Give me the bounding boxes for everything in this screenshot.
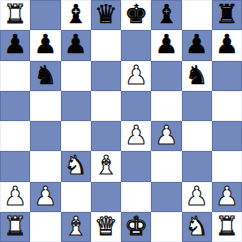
square-c1[interactable]: ♝ [61, 212, 91, 242]
piece-black-pawn[interactable]: ♟ [155, 30, 178, 59]
square-g6[interactable]: ♞ [182, 61, 212, 91]
square-h8[interactable]: ♜ [212, 0, 242, 30]
square-c7[interactable]: ♟ [61, 30, 91, 60]
square-e1[interactable]: ♚ [121, 212, 151, 242]
square-h5[interactable] [212, 91, 242, 121]
square-b8[interactable] [30, 0, 60, 30]
square-g7[interactable]: ♟ [182, 30, 212, 60]
square-f5[interactable] [151, 91, 181, 121]
square-c6[interactable] [61, 61, 91, 91]
square-h7[interactable]: ♟ [212, 30, 242, 60]
square-g4[interactable] [182, 121, 212, 151]
piece-black-pawn[interactable]: ♟ [215, 30, 238, 59]
piece-white-pawn[interactable]: ♟ [155, 121, 178, 150]
square-d7[interactable] [91, 30, 121, 60]
piece-black-pawn[interactable]: ♟ [64, 30, 87, 59]
square-b5[interactable] [30, 91, 60, 121]
piece-white-pawn[interactable]: ♟ [215, 182, 238, 211]
piece-black-queen[interactable]: ♛ [94, 0, 117, 29]
piece-white-pawn[interactable]: ♟ [3, 182, 26, 211]
square-c4[interactable] [61, 121, 91, 151]
square-g1[interactable]: ♞ [182, 212, 212, 242]
piece-black-king[interactable]: ♚ [124, 0, 147, 29]
square-b3[interactable] [30, 151, 60, 181]
square-f8[interactable]: ♝ [151, 0, 181, 30]
square-h6[interactable] [212, 61, 242, 91]
square-e7[interactable] [121, 30, 151, 60]
square-d4[interactable] [91, 121, 121, 151]
piece-white-king[interactable]: ♚ [124, 212, 147, 241]
piece-black-pawn[interactable]: ♟ [34, 30, 57, 59]
square-f4[interactable]: ♟ [151, 121, 181, 151]
piece-white-knight[interactable]: ♞ [185, 212, 208, 241]
square-d6[interactable] [91, 61, 121, 91]
square-c8[interactable]: ♝ [61, 0, 91, 30]
square-h4[interactable] [212, 121, 242, 151]
square-b1[interactable] [30, 212, 60, 242]
square-b4[interactable] [30, 121, 60, 151]
piece-white-rook[interactable]: ♜ [215, 212, 238, 241]
square-f3[interactable] [151, 151, 181, 181]
square-h1[interactable]: ♜ [212, 212, 242, 242]
square-d1[interactable]: ♛ [91, 212, 121, 242]
square-e6[interactable]: ♟ [121, 61, 151, 91]
square-e5[interactable] [121, 91, 151, 121]
square-b2[interactable]: ♟ [30, 182, 60, 212]
piece-white-pawn[interactable]: ♟ [124, 61, 147, 90]
square-g5[interactable] [182, 91, 212, 121]
square-b6[interactable]: ♞ [30, 61, 60, 91]
square-f1[interactable] [151, 212, 181, 242]
piece-black-rook[interactable]: ♜ [215, 0, 238, 29]
square-e8[interactable]: ♚ [121, 0, 151, 30]
square-a1[interactable]: ♜ [0, 212, 30, 242]
piece-black-bishop[interactable]: ♝ [64, 0, 87, 29]
square-a4[interactable] [0, 121, 30, 151]
square-e2[interactable] [121, 182, 151, 212]
square-a6[interactable] [0, 61, 30, 91]
piece-white-pawn[interactable]: ♟ [124, 121, 147, 150]
chess-board: ♜♝♛♚♝♜♟♟♟♟♟♟♞♟♞♟♟♞♝♟♟♟♟♜♝♛♚♞♜ [0, 0, 242, 242]
square-a3[interactable] [0, 151, 30, 181]
square-a7[interactable]: ♟ [0, 30, 30, 60]
piece-black-bishop[interactable]: ♝ [155, 0, 178, 29]
square-h2[interactable]: ♟ [212, 182, 242, 212]
square-a5[interactable] [0, 91, 30, 121]
square-g8[interactable] [182, 0, 212, 30]
square-f7[interactable]: ♟ [151, 30, 181, 60]
square-d5[interactable] [91, 91, 121, 121]
piece-white-pawn[interactable]: ♟ [185, 182, 208, 211]
piece-white-knight[interactable]: ♞ [64, 151, 87, 180]
piece-black-knight[interactable]: ♞ [34, 61, 57, 90]
square-b7[interactable]: ♟ [30, 30, 60, 60]
square-d3[interactable]: ♝ [91, 151, 121, 181]
square-c3[interactable]: ♞ [61, 151, 91, 181]
square-c2[interactable] [61, 182, 91, 212]
piece-white-queen[interactable]: ♛ [94, 212, 117, 241]
square-a2[interactable]: ♟ [0, 182, 30, 212]
square-f2[interactable] [151, 182, 181, 212]
square-d8[interactable]: ♛ [91, 0, 121, 30]
piece-white-bishop[interactable]: ♝ [94, 151, 117, 180]
piece-white-bishop[interactable]: ♝ [64, 212, 87, 241]
square-e3[interactable] [121, 151, 151, 181]
piece-white-rook[interactable]: ♜ [3, 0, 26, 29]
square-g2[interactable]: ♟ [182, 182, 212, 212]
square-f6[interactable] [151, 61, 181, 91]
square-c5[interactable] [61, 91, 91, 121]
piece-black-knight[interactable]: ♞ [185, 61, 208, 90]
piece-white-pawn[interactable]: ♟ [34, 182, 57, 211]
piece-black-pawn[interactable]: ♟ [185, 30, 208, 59]
square-h3[interactable] [212, 151, 242, 181]
piece-white-rook[interactable]: ♜ [3, 212, 26, 241]
piece-black-pawn[interactable]: ♟ [3, 30, 26, 59]
square-a8[interactable]: ♜ [0, 0, 30, 30]
square-e4[interactable]: ♟ [121, 121, 151, 151]
square-d2[interactable] [91, 182, 121, 212]
square-g3[interactable] [182, 151, 212, 181]
